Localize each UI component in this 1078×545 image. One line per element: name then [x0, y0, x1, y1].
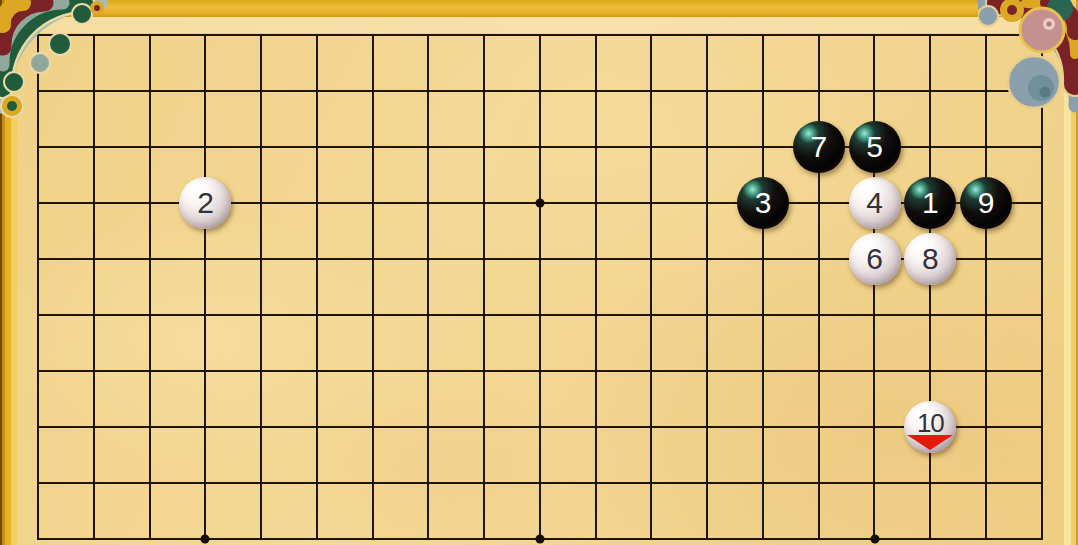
go-app-screen: 12345678910: [0, 0, 1078, 545]
gold-frame-right: [1064, 0, 1078, 545]
gold-frame-top: [0, 0, 1078, 17]
gold-frame-left: [0, 0, 17, 545]
go-board-grid[interactable]: [37, 34, 1043, 540]
gold-frame-top-inner-strip: [0, 17, 1078, 33]
